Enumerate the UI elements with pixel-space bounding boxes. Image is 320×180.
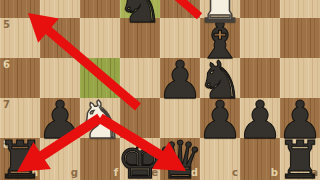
pieces-layer: ♜♚♛♜♟♟♟♟♞♟♞♝♜♞ xyxy=(0,0,320,180)
piece-black-p-g7[interactable]: ♟ xyxy=(40,98,80,138)
piece-black-p-d6[interactable]: ♟ xyxy=(160,58,200,98)
piece-black-p-a7[interactable]: ♟ xyxy=(280,98,320,138)
piece-black-p-b7[interactable]: ♟ xyxy=(240,98,280,138)
piece-black-k-e8[interactable]: ♚ xyxy=(120,138,160,178)
piece-black-q-d8[interactable]: ♛ xyxy=(160,138,200,178)
chess-board-viewport: 5678hgfedcba ♜♚♛♜♟♟♟♟♞♟♞♝♜♞ xyxy=(0,0,320,180)
piece-black-n-e4[interactable]: ♞ xyxy=(120,0,160,22)
piece-black-r-h8[interactable]: ♜ xyxy=(0,138,40,178)
piece-white-n-f7[interactable]: ♞ xyxy=(80,98,120,138)
piece-white-r-c4[interactable]: ♜ xyxy=(200,0,240,22)
